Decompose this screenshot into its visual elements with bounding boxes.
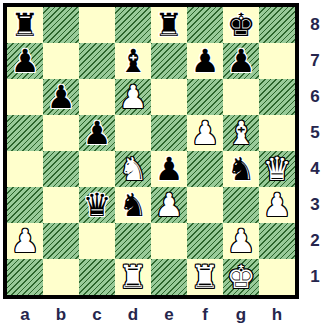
piece-white-pawn-e3[interactable]: ♟ xyxy=(155,187,184,223)
square-b7[interactable] xyxy=(43,43,79,79)
square-g6[interactable] xyxy=(223,79,259,115)
piece-white-bishop-g5[interactable]: ♝ xyxy=(227,115,256,151)
square-g1[interactable]: ♚ xyxy=(223,259,259,295)
file-label-f: f xyxy=(187,302,223,330)
square-a6[interactable] xyxy=(7,79,43,115)
square-b4[interactable] xyxy=(43,151,79,187)
square-c7[interactable] xyxy=(79,43,115,79)
file-label-e: e xyxy=(151,302,187,330)
square-g7[interactable]: ♟ xyxy=(223,43,259,79)
piece-black-pawn-c5[interactable]: ♟ xyxy=(83,115,112,151)
rank-label-6: 6 xyxy=(301,79,329,115)
square-f8[interactable] xyxy=(187,7,223,43)
board-frame: ♜♜♚♟♝♟♟♟♟♟♟♝♞♟♞♛♛♞♟♟♟♟♜♜♚ xyxy=(3,3,299,299)
square-g2[interactable]: ♟ xyxy=(223,223,259,259)
square-e8[interactable]: ♜ xyxy=(151,7,187,43)
square-d3[interactable]: ♞ xyxy=(115,187,151,223)
square-a5[interactable] xyxy=(7,115,43,151)
square-e1[interactable] xyxy=(151,259,187,295)
square-h1[interactable] xyxy=(259,259,295,295)
rank-label-1: 1 xyxy=(301,259,329,295)
file-label-c: c xyxy=(79,302,115,330)
square-b3[interactable] xyxy=(43,187,79,223)
square-d2[interactable] xyxy=(115,223,151,259)
file-label-g: g xyxy=(223,302,259,330)
square-e4[interactable]: ♟ xyxy=(151,151,187,187)
piece-white-pawn-d6[interactable]: ♟ xyxy=(119,79,148,115)
piece-black-pawn-f7[interactable]: ♟ xyxy=(191,43,220,79)
piece-white-knight-d4[interactable]: ♞ xyxy=(119,151,148,187)
piece-white-queen-h4[interactable]: ♛ xyxy=(263,151,292,187)
piece-black-pawn-b6[interactable]: ♟ xyxy=(47,79,76,115)
square-e3[interactable]: ♟ xyxy=(151,187,187,223)
square-b6[interactable]: ♟ xyxy=(43,79,79,115)
square-e6[interactable] xyxy=(151,79,187,115)
piece-black-pawn-e4[interactable]: ♟ xyxy=(155,151,184,187)
piece-black-pawn-a7[interactable]: ♟ xyxy=(11,43,40,79)
square-c3[interactable]: ♛ xyxy=(79,187,115,223)
square-c5[interactable]: ♟ xyxy=(79,115,115,151)
square-g8[interactable]: ♚ xyxy=(223,7,259,43)
square-a3[interactable] xyxy=(7,187,43,223)
square-a2[interactable]: ♟ xyxy=(7,223,43,259)
square-c6[interactable] xyxy=(79,79,115,115)
rank-label-3: 3 xyxy=(301,187,329,223)
square-f3[interactable] xyxy=(187,187,223,223)
square-b1[interactable] xyxy=(43,259,79,295)
piece-black-pawn-g7[interactable]: ♟ xyxy=(227,43,256,79)
square-d4[interactable]: ♞ xyxy=(115,151,151,187)
square-g3[interactable] xyxy=(223,187,259,223)
square-d6[interactable]: ♟ xyxy=(115,79,151,115)
square-c4[interactable] xyxy=(79,151,115,187)
piece-white-pawn-a2[interactable]: ♟ xyxy=(11,223,40,259)
rank-label-5: 5 xyxy=(301,115,329,151)
square-a4[interactable] xyxy=(7,151,43,187)
square-d1[interactable]: ♜ xyxy=(115,259,151,295)
piece-black-bishop-d7[interactable]: ♝ xyxy=(119,43,148,79)
square-h5[interactable] xyxy=(259,115,295,151)
rank-label-4: 4 xyxy=(301,151,329,187)
file-label-d: d xyxy=(115,302,151,330)
square-f2[interactable] xyxy=(187,223,223,259)
square-b8[interactable] xyxy=(43,7,79,43)
chess-diagram: ♜♜♚♟♝♟♟♟♟♟♟♝♞♟♞♛♛♞♟♟♟♟♜♜♚ a b c d e f g … xyxy=(0,0,336,336)
square-c2[interactable] xyxy=(79,223,115,259)
square-b5[interactable] xyxy=(43,115,79,151)
chess-board: ♜♜♚♟♝♟♟♟♟♟♟♝♞♟♞♛♛♞♟♟♟♟♜♜♚ xyxy=(7,7,295,295)
square-a8[interactable]: ♜ xyxy=(7,7,43,43)
piece-white-king-g1[interactable]: ♚ xyxy=(227,259,256,295)
square-g4[interactable]: ♞ xyxy=(223,151,259,187)
rank-label-2: 2 xyxy=(301,223,329,259)
file-label-a: a xyxy=(7,302,43,330)
file-labels: a b c d e f g h xyxy=(7,302,295,330)
square-a1[interactable] xyxy=(7,259,43,295)
piece-black-rook-a8[interactable]: ♜ xyxy=(11,7,40,43)
piece-black-knight-d3[interactable]: ♞ xyxy=(119,187,148,223)
square-g5[interactable]: ♝ xyxy=(223,115,259,151)
square-e7[interactable] xyxy=(151,43,187,79)
piece-black-king-g8[interactable]: ♚ xyxy=(227,7,256,43)
square-h6[interactable] xyxy=(259,79,295,115)
square-f6[interactable] xyxy=(187,79,223,115)
square-e2[interactable] xyxy=(151,223,187,259)
piece-white-pawn-f5[interactable]: ♟ xyxy=(191,115,220,151)
square-f5[interactable]: ♟ xyxy=(187,115,223,151)
piece-black-rook-e8[interactable]: ♜ xyxy=(155,7,184,43)
square-f4[interactable] xyxy=(187,151,223,187)
square-d7[interactable]: ♝ xyxy=(115,43,151,79)
square-f7[interactable]: ♟ xyxy=(187,43,223,79)
square-b2[interactable] xyxy=(43,223,79,259)
square-f1[interactable]: ♜ xyxy=(187,259,223,295)
square-h4[interactable]: ♛ xyxy=(259,151,295,187)
piece-white-pawn-h3[interactable]: ♟ xyxy=(263,187,292,223)
square-c1[interactable] xyxy=(79,259,115,295)
rank-label-8: 8 xyxy=(301,7,329,43)
file-label-b: b xyxy=(43,302,79,330)
piece-white-pawn-g2[interactable]: ♟ xyxy=(227,223,256,259)
square-h8[interactable] xyxy=(259,7,295,43)
square-h2[interactable] xyxy=(259,223,295,259)
piece-white-rook-f1[interactable]: ♜ xyxy=(191,259,220,295)
square-c8[interactable] xyxy=(79,7,115,43)
piece-black-knight-g4[interactable]: ♞ xyxy=(227,151,256,187)
rank-label-7: 7 xyxy=(301,43,329,79)
rank-labels: 8 7 6 5 4 3 2 1 xyxy=(301,7,329,295)
square-a7[interactable]: ♟ xyxy=(7,43,43,79)
square-h7[interactable] xyxy=(259,43,295,79)
square-h3[interactable]: ♟ xyxy=(259,187,295,223)
square-e5[interactable] xyxy=(151,115,187,151)
square-d5[interactable] xyxy=(115,115,151,151)
square-d8[interactable] xyxy=(115,7,151,43)
file-label-h: h xyxy=(259,302,295,330)
piece-white-rook-d1[interactable]: ♜ xyxy=(119,259,148,295)
piece-black-queen-c3[interactable]: ♛ xyxy=(83,187,112,223)
